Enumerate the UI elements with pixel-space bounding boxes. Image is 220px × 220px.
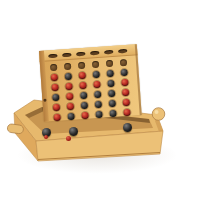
board-grid [46, 57, 134, 123]
drop-slot-c6[interactable] [115, 47, 130, 56]
red-marble[interactable] [65, 82, 72, 89]
slot-opening-icon [90, 51, 99, 56]
empty-hole [77, 61, 84, 68]
scene [0, 0, 220, 220]
empty-hole [105, 59, 112, 66]
board-cell-r6c4 [91, 109, 106, 120]
red-marble[interactable] [121, 78, 128, 85]
board-cell-r6c1 [49, 111, 64, 122]
black-marble[interactable] [64, 72, 71, 79]
connect-four-board [39, 44, 142, 122]
slot-opening-icon [62, 53, 71, 58]
slot-opening-icon [118, 49, 127, 54]
empty-hole [91, 60, 98, 67]
right-knob[interactable] [152, 108, 165, 121]
black-marble[interactable] [95, 110, 102, 117]
black-marble[interactable] [109, 109, 116, 116]
tray-marble-red[interactable] [44, 135, 48, 139]
red-marble[interactable] [93, 80, 100, 87]
slot-opening-icon [104, 50, 113, 55]
red-marble[interactable] [122, 98, 129, 105]
black-marble[interactable] [79, 91, 86, 98]
drop-slot-c3[interactable] [73, 50, 88, 59]
black-marble[interactable] [106, 69, 113, 76]
empty-hole [49, 63, 56, 70]
empty-hole [63, 62, 70, 69]
black-marble[interactable] [80, 101, 87, 108]
red-marble[interactable] [81, 111, 88, 118]
black-marble[interactable] [107, 89, 114, 96]
red-marble[interactable] [121, 88, 128, 95]
drop-slot-c5[interactable] [101, 48, 116, 57]
slot-opening-icon [48, 54, 57, 59]
tray-marble-red[interactable] [66, 136, 71, 141]
black-marble[interactable] [108, 99, 115, 106]
black-marble[interactable] [92, 70, 99, 77]
tray-marble-black[interactable] [123, 123, 132, 132]
board-cell-r6c6 [119, 107, 134, 118]
red-marble[interactable] [51, 83, 58, 90]
red-marble[interactable] [66, 102, 73, 109]
empty-hole [119, 58, 126, 65]
right-knob-highlight [155, 110, 159, 114]
tray-marble-black[interactable] [69, 127, 78, 136]
black-marble[interactable] [107, 79, 114, 86]
board-cell-r6c2 [63, 110, 78, 121]
board-cell-r6c5 [105, 108, 120, 119]
red-marble[interactable] [79, 81, 86, 88]
black-marble[interactable] [52, 93, 59, 100]
drop-slot-c2[interactable] [59, 51, 74, 60]
black-marble[interactable] [67, 112, 74, 119]
red-marble[interactable] [78, 71, 85, 78]
board-cell-r6c3 [77, 110, 92, 121]
drop-slot-c4[interactable] [87, 49, 102, 58]
black-marble[interactable] [93, 90, 100, 97]
red-marble[interactable] [53, 113, 60, 120]
black-marble[interactable] [120, 68, 127, 75]
red-marble[interactable] [50, 73, 57, 80]
slot-opening-icon [76, 52, 85, 57]
red-marble[interactable] [52, 103, 59, 110]
red-marble[interactable] [65, 92, 72, 99]
drop-slot-c1[interactable] [45, 52, 60, 61]
black-marble[interactable] [94, 100, 101, 107]
red-marble[interactable] [123, 108, 130, 115]
